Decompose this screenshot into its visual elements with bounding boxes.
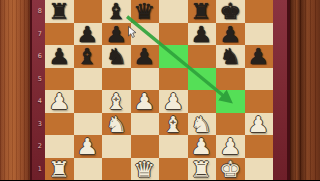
black-pawn-h6[interactable]: ♟ [248, 46, 270, 67]
rank-label: 8 [32, 0, 45, 23]
rank-label: 6 [32, 45, 45, 68]
black-king-g8[interactable]: ♚ [219, 1, 241, 22]
square-b3[interactable] [74, 113, 103, 136]
rank-label: 2 [32, 135, 45, 158]
square-f1[interactable]: ♜ [188, 158, 217, 181]
square-d3[interactable] [131, 113, 160, 136]
square-b6[interactable]: ♝ [74, 45, 103, 68]
black-rook-a8[interactable]: ♜ [48, 1, 70, 22]
wood-panel-right [290, 0, 320, 180]
square-a2[interactable] [45, 135, 74, 158]
square-b1[interactable] [74, 158, 103, 181]
black-pawn-g7[interactable]: ♟ [219, 23, 241, 44]
square-b5[interactable] [74, 68, 103, 91]
square-c5[interactable] [102, 68, 131, 91]
white-pawn-a4[interactable]: ♟ [48, 91, 70, 112]
black-rook-f8[interactable]: ♜ [191, 1, 213, 22]
square-c7[interactable]: ♟ [102, 23, 131, 46]
white-bishop-e3[interactable]: ♝ [162, 113, 184, 134]
square-e2[interactable] [159, 135, 188, 158]
square-e3[interactable]: ♝ [159, 113, 188, 136]
square-e8[interactable] [159, 0, 188, 23]
square-d6[interactable]: ♟ [131, 45, 160, 68]
square-b2[interactable]: ♟ [74, 135, 103, 158]
square-f5[interactable] [188, 68, 217, 91]
square-e5[interactable] [159, 68, 188, 91]
white-pawn-h3[interactable]: ♟ [248, 113, 270, 134]
square-c8[interactable]: ♝ [102, 0, 131, 23]
square-e4[interactable]: ♟ [159, 90, 188, 113]
square-c6[interactable]: ♞ [102, 45, 131, 68]
square-c3[interactable]: ♞ [102, 113, 131, 136]
square-f6[interactable] [188, 45, 217, 68]
square-e7[interactable] [159, 23, 188, 46]
square-d4[interactable]: ♟ [131, 90, 160, 113]
board-frame-right [273, 0, 290, 180]
square-c2[interactable] [102, 135, 131, 158]
square-h1[interactable] [245, 158, 274, 181]
square-c4[interactable]: ♝ [102, 90, 131, 113]
black-pawn-d6[interactable]: ♟ [134, 46, 156, 67]
square-d8[interactable]: ♛ [131, 0, 160, 23]
square-g1[interactable]: ♚ [216, 158, 245, 181]
rank-label: 5 [32, 68, 45, 91]
square-g4[interactable] [216, 90, 245, 113]
square-f3[interactable]: ♞ [188, 113, 217, 136]
rank-label: 4 [32, 90, 45, 113]
square-h3[interactable]: ♟ [245, 113, 274, 136]
square-h5[interactable] [245, 68, 274, 91]
black-pawn-c7[interactable]: ♟ [105, 23, 127, 44]
board-squares: ♜♝♛♜♚♟♟♟♟♟♝♞♟♞♟♟♝♟♟♞♝♞♟♟♟♟♜♛♜♚ [45, 0, 273, 180]
rank-label: 7 [32, 23, 45, 46]
white-pawn-b2[interactable]: ♟ [77, 136, 99, 157]
white-king-g1[interactable]: ♚ [219, 158, 241, 179]
square-g2[interactable]: ♟ [216, 135, 245, 158]
square-g5[interactable] [216, 68, 245, 91]
white-knight-f3[interactable]: ♞ [191, 113, 213, 134]
chess-board: ♜♝♛♜♚♟♟♟♟♟♝♞♟♞♟♟♝♟♟♞♝♞♟♟♟♟♜♛♜♚ [45, 0, 273, 180]
black-knight-g6[interactable]: ♞ [219, 46, 241, 67]
square-a5[interactable] [45, 68, 74, 91]
square-e1[interactable] [159, 158, 188, 181]
square-e6[interactable] [159, 45, 188, 68]
square-a4[interactable]: ♟ [45, 90, 74, 113]
square-f8[interactable]: ♜ [188, 0, 217, 23]
black-pawn-f7[interactable]: ♟ [191, 23, 213, 44]
white-knight-c3[interactable]: ♞ [105, 113, 127, 134]
white-rook-a1[interactable]: ♜ [48, 158, 70, 179]
square-g7[interactable]: ♟ [216, 23, 245, 46]
square-a6[interactable]: ♟ [45, 45, 74, 68]
black-queen-d8[interactable]: ♛ [134, 1, 156, 22]
square-f7[interactable]: ♟ [188, 23, 217, 46]
square-a7[interactable] [45, 23, 74, 46]
square-b7[interactable]: ♟ [74, 23, 103, 46]
square-a8[interactable]: ♜ [45, 0, 74, 23]
white-rook-f1[interactable]: ♜ [191, 158, 213, 179]
square-d1[interactable]: ♛ [131, 158, 160, 181]
wood-panel-left [0, 0, 30, 180]
white-queen-d1[interactable]: ♛ [134, 158, 156, 179]
square-g6[interactable]: ♞ [216, 45, 245, 68]
white-pawn-e4[interactable]: ♟ [162, 91, 184, 112]
square-c1[interactable] [102, 158, 131, 181]
black-pawn-b7[interactable]: ♟ [77, 23, 99, 44]
square-a1[interactable]: ♜ [45, 158, 74, 181]
rank-label: 1 [32, 158, 45, 181]
square-f4[interactable] [188, 90, 217, 113]
square-b8[interactable] [74, 0, 103, 23]
white-pawn-f2[interactable]: ♟ [191, 136, 213, 157]
square-h7[interactable] [245, 23, 274, 46]
white-bishop-c4[interactable]: ♝ [105, 91, 127, 112]
square-d7[interactable] [131, 23, 160, 46]
square-a3[interactable] [45, 113, 74, 136]
square-h4[interactable] [245, 90, 274, 113]
black-bishop-c8[interactable]: ♝ [105, 1, 127, 22]
square-g8[interactable]: ♚ [216, 0, 245, 23]
board-frame-left: 87654321 [30, 0, 45, 180]
square-d5[interactable] [131, 68, 160, 91]
square-h8[interactable] [245, 0, 274, 23]
square-d2[interactable] [131, 135, 160, 158]
white-pawn-g2[interactable]: ♟ [219, 136, 241, 157]
square-g3[interactable] [216, 113, 245, 136]
square-f2[interactable]: ♟ [188, 135, 217, 158]
chess-app-frame: 87654321 ♜♝♛♜♚♟♟♟♟♟♝♞♟♞♟♟♝♟♟♞♝♞♟♟♟♟♜♛♜♚ [0, 0, 320, 180]
black-pawn-a6[interactable]: ♟ [48, 46, 70, 67]
black-knight-c6[interactable]: ♞ [105, 46, 127, 67]
square-h6[interactable]: ♟ [245, 45, 274, 68]
white-pawn-d4[interactable]: ♟ [134, 91, 156, 112]
black-bishop-b6[interactable]: ♝ [77, 46, 99, 67]
square-b4[interactable] [74, 90, 103, 113]
square-h2[interactable] [245, 135, 274, 158]
rank-label: 3 [32, 113, 45, 136]
